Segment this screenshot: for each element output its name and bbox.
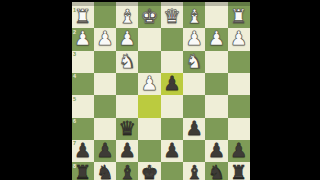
black-pawn-icon[interactable]: ♟ xyxy=(96,139,113,161)
square-d2[interactable] xyxy=(161,28,183,50)
white-rook-icon[interactable]: ♜ xyxy=(230,6,247,28)
square-a6[interactable] xyxy=(228,118,250,140)
square-e7[interactable] xyxy=(138,140,160,162)
square-g5[interactable] xyxy=(94,95,116,117)
square-g8[interactable]: ♞ xyxy=(94,162,116,180)
white-pawn-icon[interactable]: ♟ xyxy=(96,28,113,50)
black-pawn-icon[interactable]: ♟ xyxy=(163,139,180,161)
square-a4[interactable] xyxy=(228,73,250,95)
black-pawn-icon[interactable]: ♟ xyxy=(163,72,180,94)
black-pawn-icon[interactable]: ♟ xyxy=(185,117,202,139)
white-pawn-icon[interactable]: ♟ xyxy=(119,28,136,50)
square-e2[interactable] xyxy=(138,28,160,50)
square-d4[interactable]: ♟ xyxy=(161,73,183,95)
square-b4[interactable] xyxy=(205,73,227,95)
square-f3[interactable]: ♞ xyxy=(116,51,138,73)
square-h6[interactable]: 6 xyxy=(72,118,94,140)
square-h7[interactable]: 7♟ xyxy=(72,140,94,162)
square-g4[interactable] xyxy=(94,73,116,95)
square-h2[interactable]: 2♟ xyxy=(72,28,94,50)
white-pawn-icon[interactable]: ♟ xyxy=(185,28,202,50)
white-pawn-icon[interactable]: ♟ xyxy=(141,72,158,94)
square-b6[interactable] xyxy=(205,118,227,140)
square-h8[interactable]: 8♜ xyxy=(72,162,94,180)
square-f5[interactable] xyxy=(116,95,138,117)
black-knight-icon[interactable]: ♞ xyxy=(96,162,113,180)
square-b1[interactable] xyxy=(205,6,227,28)
square-g3[interactable] xyxy=(94,51,116,73)
white-knight-icon[interactable]: ♞ xyxy=(119,50,136,72)
white-pawn-icon[interactable]: ♟ xyxy=(74,28,91,50)
rank-label-4: 4 xyxy=(73,73,76,79)
rank-label-6: 6 xyxy=(73,118,76,124)
square-g6[interactable] xyxy=(94,118,116,140)
white-bishop-icon[interactable]: ♝ xyxy=(119,6,136,28)
black-rook-icon[interactable]: ♜ xyxy=(230,162,247,180)
black-bishop-icon[interactable]: ♝ xyxy=(185,162,202,180)
square-e5[interactable] xyxy=(138,95,160,117)
square-h4[interactable]: 4 xyxy=(72,73,94,95)
square-d5[interactable] xyxy=(161,95,183,117)
square-d8[interactable] xyxy=(161,162,183,180)
square-f7[interactable]: ♟ xyxy=(116,140,138,162)
square-c7[interactable] xyxy=(183,140,205,162)
square-a7[interactable]: ♟ xyxy=(228,140,250,162)
square-g1[interactable] xyxy=(94,6,116,28)
square-f1[interactable]: ♝ xyxy=(116,6,138,28)
black-knight-icon[interactable]: ♞ xyxy=(208,162,225,180)
square-c6[interactable]: ♟ xyxy=(183,118,205,140)
square-f8[interactable]: ♝ xyxy=(116,162,138,180)
square-c2[interactable]: ♟ xyxy=(183,28,205,50)
square-b3[interactable] xyxy=(205,51,227,73)
chess-board: 1♜♝♚♛♝♜2♟♟♟♟♟♟3♞♞4♟♟56♛♟7♟♟♟♟♟♟8♜♞♝♚♝♞♜ xyxy=(72,6,251,180)
square-d1[interactable]: ♛ xyxy=(161,6,183,28)
black-pawn-icon[interactable]: ♟ xyxy=(119,139,136,161)
square-a3[interactable] xyxy=(228,51,250,73)
square-b5[interactable] xyxy=(205,95,227,117)
square-b2[interactable]: ♟ xyxy=(205,28,227,50)
square-d7[interactable]: ♟ xyxy=(161,140,183,162)
square-a2[interactable]: ♟ xyxy=(228,28,250,50)
white-knight-icon[interactable]: ♞ xyxy=(185,50,202,72)
square-c5[interactable] xyxy=(183,95,205,117)
square-a1[interactable]: ♜ xyxy=(228,6,250,28)
square-d3[interactable] xyxy=(161,51,183,73)
square-h3[interactable]: 3 xyxy=(72,51,94,73)
square-e6[interactable] xyxy=(138,118,160,140)
square-a5[interactable] xyxy=(228,95,250,117)
square-f2[interactable]: ♟ xyxy=(116,28,138,50)
square-d6[interactable] xyxy=(161,118,183,140)
rank-label-5: 5 xyxy=(73,96,76,102)
black-king-icon[interactable]: ♚ xyxy=(141,162,158,180)
black-pawn-icon[interactable]: ♟ xyxy=(230,139,247,161)
square-h1[interactable]: 1♜ xyxy=(72,6,94,28)
white-bishop-icon[interactable]: ♝ xyxy=(185,6,202,28)
rank-label-3: 3 xyxy=(73,51,76,57)
white-rook-icon[interactable]: ♜ xyxy=(74,6,91,28)
square-a8[interactable]: ♜ xyxy=(228,162,250,180)
square-e4[interactable]: ♟ xyxy=(138,73,160,95)
black-rook-icon[interactable]: ♜ xyxy=(74,162,91,180)
square-b8[interactable]: ♞ xyxy=(205,162,227,180)
white-king-icon[interactable]: ♚ xyxy=(141,6,158,28)
square-c3[interactable]: ♞ xyxy=(183,51,205,73)
square-c1[interactable]: ♝ xyxy=(183,6,205,28)
square-e8[interactable]: ♚ xyxy=(138,162,160,180)
square-c8[interactable]: ♝ xyxy=(183,162,205,180)
white-pawn-icon[interactable]: ♟ xyxy=(230,28,247,50)
square-b7[interactable]: ♟ xyxy=(205,140,227,162)
black-queen-icon[interactable]: ♛ xyxy=(119,117,136,139)
black-bishop-icon[interactable]: ♝ xyxy=(119,162,136,180)
square-h5[interactable]: 5 xyxy=(72,95,94,117)
square-g7[interactable]: ♟ xyxy=(94,140,116,162)
square-e1[interactable]: ♚ xyxy=(138,6,160,28)
white-pawn-icon[interactable]: ♟ xyxy=(208,28,225,50)
square-f4[interactable] xyxy=(116,73,138,95)
square-g2[interactable]: ♟ xyxy=(94,28,116,50)
white-queen-icon[interactable]: ♛ xyxy=(163,6,180,28)
square-f6[interactable]: ♛ xyxy=(116,118,138,140)
page-root: { "game": "chess", "site_style": "chess.… xyxy=(0,0,320,180)
square-e3[interactable] xyxy=(138,51,160,73)
black-pawn-icon[interactable]: ♟ xyxy=(74,139,91,161)
square-c4[interactable] xyxy=(183,73,205,95)
black-pawn-icon[interactable]: ♟ xyxy=(208,139,225,161)
